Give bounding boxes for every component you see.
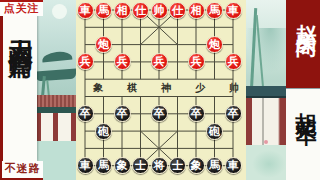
piece-red-elephant: 相 bbox=[114, 2, 131, 19]
moon-artwork bbox=[52, 4, 67, 19]
piece-red-soldier: 兵 bbox=[225, 53, 242, 70]
piece-red-soldier: 兵 bbox=[77, 53, 94, 70]
river-watermark-char: 少 bbox=[195, 81, 205, 95]
piece-black-chariot: 車 bbox=[77, 157, 94, 174]
piece-red-cannon: 炮 bbox=[95, 36, 112, 53]
piece-red-elephant: 相 bbox=[188, 2, 205, 19]
river-watermark-char: 棋 bbox=[127, 81, 137, 95]
river-watermark-char: 帅 bbox=[229, 81, 239, 95]
follow-label: 点关注 bbox=[0, 0, 43, 16]
video-thumbnail: 象棋神少帅 車馬相仕帅仕相馬車炮炮兵兵兵兵兵卒卒卒卒卒砲砲車馬象士将士象馬車 赵… bbox=[0, 0, 320, 180]
piece-red-soldier: 兵 bbox=[188, 53, 205, 70]
piece-red-soldier: 兵 bbox=[114, 53, 131, 70]
piece-black-soldier: 卒 bbox=[188, 105, 205, 122]
piece-red-advisor: 仕 bbox=[169, 2, 186, 19]
piece-red-chariot: 車 bbox=[77, 2, 94, 19]
piece-black-cannon: 砲 bbox=[206, 123, 223, 140]
piece-black-elephant: 象 bbox=[114, 157, 131, 174]
roof-artwork bbox=[246, 86, 286, 98]
piece-red-soldier: 兵 bbox=[151, 53, 168, 70]
piece-black-soldier: 卒 bbox=[151, 105, 168, 122]
piece-black-king: 将 bbox=[151, 157, 168, 174]
piece-black-soldier: 卒 bbox=[114, 105, 131, 122]
lantern-artwork bbox=[264, 140, 268, 144]
pond-artwork bbox=[252, 150, 286, 178]
river-watermark-char: 象 bbox=[93, 81, 103, 95]
piece-red-horse: 馬 bbox=[206, 2, 223, 19]
piece-black-cannon: 砲 bbox=[95, 123, 112, 140]
piece-red-chariot: 車 bbox=[225, 2, 242, 19]
player-name-black: 胡荣华 bbox=[286, 88, 320, 180]
lattice-artwork bbox=[36, 95, 76, 107]
river-watermark-char: 神 bbox=[161, 81, 171, 95]
piece-red-horse: 馬 bbox=[95, 2, 112, 19]
piece-black-chariot: 車 bbox=[225, 157, 242, 174]
piece-black-elephant: 象 bbox=[188, 157, 205, 174]
windows-artwork bbox=[36, 113, 76, 141]
player-name-red: 赵庆阁 bbox=[286, 0, 320, 88]
piece-black-soldier: 卒 bbox=[77, 105, 94, 122]
piece-red-cannon: 炮 bbox=[206, 36, 223, 53]
series-title-banner: 大刀阔斧篇 bbox=[3, 15, 37, 161]
piece-black-soldier: 卒 bbox=[225, 105, 242, 122]
piece-red-advisor: 仕 bbox=[132, 2, 149, 19]
wall-artwork bbox=[246, 98, 286, 145]
footer-label: 不迷路 bbox=[0, 161, 43, 180]
xiangqi-board: 象棋神少帅 車馬相仕帅仕相馬車炮炮兵兵兵兵兵卒卒卒卒卒砲砲車馬象士将士象馬車 bbox=[76, 0, 246, 180]
piece-red-king: 帅 bbox=[151, 2, 168, 19]
